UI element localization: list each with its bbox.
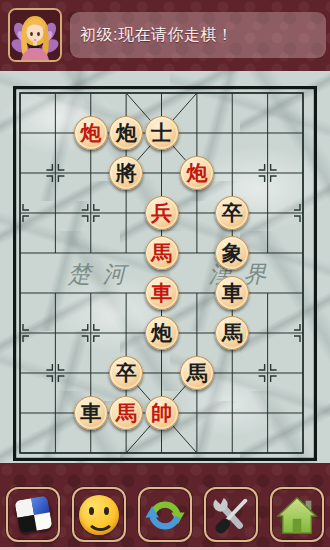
girl-portrait-icon: [10, 10, 60, 60]
piece-black-soldier-b[interactable]: 卒: [109, 356, 143, 390]
refresh-button[interactable]: [138, 487, 192, 542]
status-message: 初级:现在请你走棋！: [80, 25, 233, 46]
smiley-icon: [79, 495, 119, 535]
piece-red-soldier[interactable]: 兵: [145, 196, 179, 230]
piece-black-soldier-a[interactable]: 卒: [215, 196, 249, 230]
piece-black-chariot-b[interactable]: 車: [74, 396, 108, 430]
piece-red-cannon-a[interactable]: 炮: [74, 116, 108, 150]
piece-red-general[interactable]: 帥: [145, 396, 179, 430]
xiangqi-board[interactable]: 楚 河 漢 界 炮炮士將炮兵卒馬象車車炮馬卒馬車馬帥: [13, 86, 317, 461]
tools-icon: [210, 494, 252, 536]
piece-red-cannon-b[interactable]: 炮: [180, 156, 214, 190]
refresh-icon: [144, 494, 186, 536]
piece-black-advisor[interactable]: 士: [145, 116, 179, 150]
smiley-button[interactable]: [72, 487, 126, 542]
app-root: 初级:现在请你走棋！ 楚 河 漢 界 炮炮士將炮兵卒馬象車車炮馬卒馬車馬帥: [0, 0, 330, 550]
piece-black-cannon-b[interactable]: 炮: [145, 316, 179, 350]
home-button[interactable]: [270, 487, 324, 542]
avatar: [8, 8, 62, 62]
checkerboard-icon: [14, 495, 52, 533]
board-area: 楚 河 漢 界 炮炮士將炮兵卒馬象車車炮馬卒馬車馬帥: [0, 71, 330, 463]
pieces-layer: 炮炮士將炮兵卒馬象車車炮馬卒馬車馬帥: [13, 86, 317, 461]
status-bubble: 初级:现在请你走棋！: [70, 12, 326, 58]
piece-red-chariot[interactable]: 車: [145, 276, 179, 310]
settings-button[interactable]: [204, 487, 258, 542]
piece-black-horse-b[interactable]: 馬: [180, 356, 214, 390]
new-game-button[interactable]: [6, 487, 60, 542]
piece-black-general[interactable]: 將: [109, 156, 143, 190]
home-icon: [276, 494, 318, 536]
piece-black-horse-a[interactable]: 馬: [215, 316, 249, 350]
piece-red-horse-b[interactable]: 馬: [109, 396, 143, 430]
piece-red-horse-a[interactable]: 馬: [145, 236, 179, 270]
piece-black-elephant[interactable]: 象: [215, 236, 249, 270]
piece-black-chariot-a[interactable]: 車: [215, 276, 249, 310]
toolbar: [0, 463, 330, 547]
piece-black-cannon-a[interactable]: 炮: [109, 116, 143, 150]
header: 初级:现在请你走棋！: [0, 0, 330, 71]
